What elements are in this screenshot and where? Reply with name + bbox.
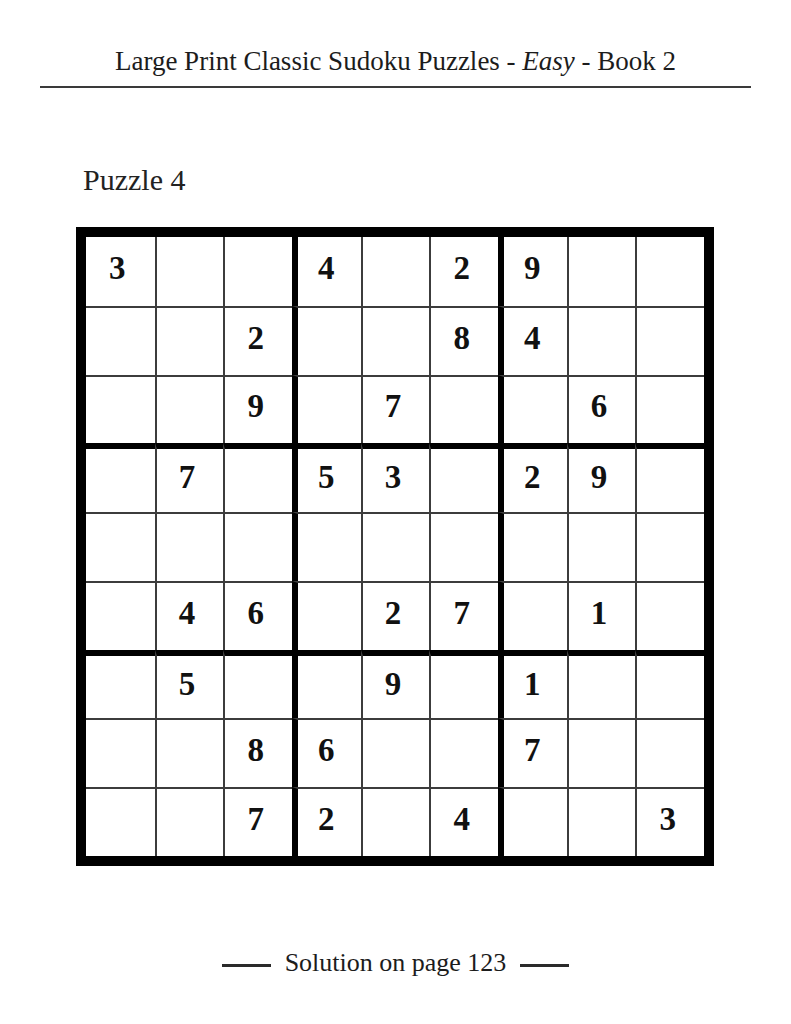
given-digit: 7 [385, 390, 402, 423]
sudoku-cell [635, 237, 704, 306]
sudoku-cell [223, 650, 292, 719]
sudoku-cell: 1 [567, 581, 636, 650]
sudoku-cell [155, 512, 224, 581]
given-digit: 8 [453, 322, 470, 355]
sudoku-cell: 2 [361, 581, 430, 650]
given-digit: 3 [109, 252, 126, 285]
sudoku-cell: 8 [223, 718, 292, 787]
sudoku-cell: 4 [155, 581, 224, 650]
sudoku-cell: 6 [223, 581, 292, 650]
sudoku-cell [155, 306, 224, 375]
given-digit: 4 [524, 322, 541, 355]
sudoku-cell: 3 [635, 787, 704, 856]
sudoku-cell [429, 650, 498, 719]
given-digit: 1 [524, 668, 541, 701]
sudoku-cell [635, 512, 704, 581]
given-digit: 5 [179, 668, 196, 701]
given-digit: 2 [385, 597, 402, 630]
sudoku-cell [86, 787, 155, 856]
given-digit: 7 [247, 803, 264, 836]
sudoku-cell: 4 [498, 306, 567, 375]
sudoku-cell [635, 443, 704, 512]
given-digit: 2 [318, 803, 335, 836]
sudoku-cell [635, 306, 704, 375]
puzzle-title: Puzzle 4 [83, 163, 185, 197]
sudoku-cell: 5 [155, 650, 224, 719]
sudoku-cell [567, 718, 636, 787]
sudoku-cell [86, 375, 155, 444]
given-digit: 7 [453, 597, 470, 630]
sudoku-cell: 9 [361, 650, 430, 719]
sudoku-cell [567, 306, 636, 375]
sudoku-cell [86, 650, 155, 719]
sudoku-cell: 6 [567, 375, 636, 444]
given-digit: 3 [385, 461, 402, 494]
given-digit: 1 [591, 597, 608, 630]
given-digit: 2 [524, 461, 541, 494]
sudoku-cell [223, 512, 292, 581]
sudoku-cell: 3 [86, 237, 155, 306]
sudoku-cell [223, 443, 292, 512]
sudoku-cell [86, 718, 155, 787]
sudoku-cell: 5 [292, 443, 361, 512]
header-title-difficulty: Easy [522, 46, 574, 76]
sudoku-grid: 342928497675329462715918677243 [76, 227, 714, 866]
given-digit: 6 [591, 390, 608, 423]
sudoku-cell: 2 [223, 306, 292, 375]
given-digit: 9 [591, 461, 608, 494]
sudoku-cell [292, 650, 361, 719]
sudoku-cell [635, 650, 704, 719]
sudoku-cell [86, 306, 155, 375]
given-digit: 7 [524, 734, 541, 767]
book-page: Large Print Classic Sudoku Puzzles - Eas… [0, 0, 791, 1024]
given-digit: 2 [247, 322, 264, 355]
sudoku-cell [567, 650, 636, 719]
given-digit: 9 [247, 390, 264, 423]
sudoku-cell [429, 375, 498, 444]
sudoku-cell [429, 443, 498, 512]
sudoku-cell: 7 [155, 443, 224, 512]
given-digit: 4 [318, 252, 335, 285]
sudoku-cell [361, 718, 430, 787]
sudoku-cell [361, 787, 430, 856]
sudoku-cell [292, 512, 361, 581]
sudoku-cell [429, 718, 498, 787]
sudoku-cell [86, 581, 155, 650]
sudoku-cell [155, 237, 224, 306]
header-title-suffix: - Book 2 [575, 46, 676, 76]
given-digit: 6 [318, 734, 335, 767]
sudoku-cell [635, 375, 704, 444]
sudoku-cell [86, 443, 155, 512]
sudoku-cell [567, 787, 636, 856]
footer-left-dash [222, 964, 271, 967]
sudoku-cell [155, 718, 224, 787]
sudoku-cell: 2 [429, 237, 498, 306]
given-digit: 9 [524, 252, 541, 285]
sudoku-cell: 4 [429, 787, 498, 856]
sudoku-cell: 7 [223, 787, 292, 856]
sudoku-cell [155, 787, 224, 856]
sudoku-cell [429, 512, 498, 581]
sudoku-cell: 1 [498, 650, 567, 719]
sudoku-cell [361, 237, 430, 306]
sudoku-cell [86, 512, 155, 581]
header-title-prefix: Large Print Classic Sudoku Puzzles - [115, 46, 522, 76]
sudoku-cell [498, 512, 567, 581]
page-footer: Solution on page 123 [0, 948, 791, 978]
sudoku-cell: 4 [292, 237, 361, 306]
sudoku-cell [635, 718, 704, 787]
given-digit: 5 [318, 461, 335, 494]
sudoku-cell [567, 512, 636, 581]
given-digit: 6 [247, 597, 264, 630]
footer-solution-reference: Solution on page 123 [285, 948, 507, 978]
sudoku-cell: 8 [429, 306, 498, 375]
page-header: Large Print Classic Sudoku Puzzles - Eas… [0, 45, 791, 77]
given-digit: 3 [659, 803, 676, 836]
sudoku-cell [567, 237, 636, 306]
sudoku-cell: 7 [429, 581, 498, 650]
sudoku-cell [498, 581, 567, 650]
sudoku-cell [292, 375, 361, 444]
given-digit: 4 [453, 803, 470, 836]
given-digit: 2 [453, 252, 470, 285]
sudoku-cell: 9 [498, 237, 567, 306]
sudoku-cell [223, 237, 292, 306]
sudoku-cell [361, 306, 430, 375]
sudoku-cell: 7 [361, 375, 430, 444]
sudoku-cell: 9 [223, 375, 292, 444]
sudoku-cell: 2 [292, 787, 361, 856]
sudoku-cell: 2 [498, 443, 567, 512]
given-digit: 7 [179, 461, 196, 494]
sudoku-cell [292, 581, 361, 650]
sudoku-cell [292, 306, 361, 375]
sudoku-cell [155, 375, 224, 444]
sudoku-cell: 6 [292, 718, 361, 787]
given-digit: 4 [179, 597, 196, 630]
given-digit: 9 [385, 668, 402, 701]
sudoku-cell [498, 375, 567, 444]
footer-right-dash [520, 964, 569, 967]
sudoku-cell: 7 [498, 718, 567, 787]
given-digit: 8 [247, 734, 264, 767]
sudoku-cell: 9 [567, 443, 636, 512]
sudoku-cell [635, 581, 704, 650]
sudoku-cell [498, 787, 567, 856]
sudoku-cell [361, 512, 430, 581]
sudoku-cell: 3 [361, 443, 430, 512]
header-divider [40, 86, 751, 88]
